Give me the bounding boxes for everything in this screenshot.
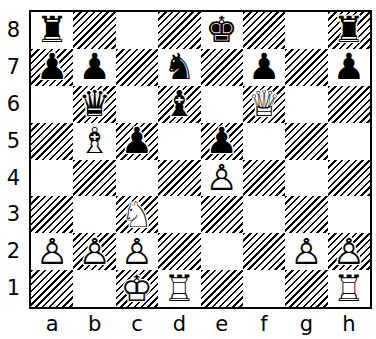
white-piece-outline: ♕: [243, 86, 285, 123]
piece-black-pawn[interactable]: ♟: [116, 123, 158, 160]
square-a8[interactable]: ♜: [31, 12, 73, 49]
piece-white-queen[interactable]: ♛♕: [243, 86, 285, 123]
square-g5[interactable]: [285, 123, 327, 160]
square-f1[interactable]: [243, 270, 285, 307]
black-piece-glyph: ♟: [116, 123, 158, 160]
piece-white-pawn[interactable]: ♟♙: [116, 233, 158, 270]
square-e4[interactable]: ♟♙: [201, 160, 243, 197]
black-piece-glyph: ♟: [31, 49, 73, 86]
black-piece-glyph: ♟: [243, 49, 285, 86]
square-b1[interactable]: [73, 270, 115, 307]
black-piece-glyph: ♟: [73, 49, 115, 86]
rank-label-8: 8: [0, 12, 27, 49]
piece-white-pawn[interactable]: ♟♙: [31, 233, 73, 270]
piece-white-knight[interactable]: ♞♘: [116, 196, 158, 233]
white-piece-outline: ♙: [328, 233, 370, 270]
rank-label-2: 2: [0, 233, 27, 270]
square-b3[interactable]: [73, 196, 115, 233]
square-e1[interactable]: [201, 270, 243, 307]
square-d6[interactable]: ♝: [158, 86, 200, 123]
black-piece-glyph: ♜: [31, 12, 73, 49]
black-piece-glyph: ♟: [201, 123, 243, 160]
square-h8[interactable]: ♜: [328, 12, 370, 49]
square-h2[interactable]: ♟♙: [328, 233, 370, 270]
square-b4[interactable]: [73, 160, 115, 197]
white-piece-outline: ♙: [285, 233, 327, 270]
piece-white-rook[interactable]: ♜♖: [328, 270, 370, 307]
square-a5[interactable]: [31, 123, 73, 160]
square-c1[interactable]: ♚♔: [116, 270, 158, 307]
square-f4[interactable]: [243, 160, 285, 197]
square-h3[interactable]: [328, 196, 370, 233]
square-e6[interactable]: [201, 86, 243, 123]
file-label-e: e: [201, 311, 243, 337]
square-d5[interactable]: [158, 123, 200, 160]
square-b2[interactable]: ♟♙: [73, 233, 115, 270]
square-e2[interactable]: [201, 233, 243, 270]
white-piece-outline: ♙: [201, 160, 243, 197]
black-piece-glyph: ♚: [201, 12, 243, 49]
rank-label-6: 6: [0, 86, 27, 123]
square-f2[interactable]: [243, 233, 285, 270]
file-label-h: h: [328, 311, 370, 337]
file-label-d: d: [158, 311, 200, 337]
piece-white-bishop[interactable]: ♝♗: [73, 123, 115, 160]
black-piece-glyph: ♞: [158, 49, 200, 86]
square-d3[interactable]: [158, 196, 200, 233]
white-piece-outline: ♔: [116, 270, 158, 307]
square-d7[interactable]: ♞: [158, 49, 200, 86]
piece-black-pawn[interactable]: ♟: [31, 49, 73, 86]
square-c3[interactable]: ♞♘: [116, 196, 158, 233]
square-g2[interactable]: ♟♙: [285, 233, 327, 270]
square-g6[interactable]: [285, 86, 327, 123]
white-piece-outline: ♙: [116, 233, 158, 270]
piece-white-king[interactable]: ♚♔: [116, 270, 158, 307]
square-b6[interactable]: ♛: [73, 86, 115, 123]
white-piece-outline: ♖: [158, 270, 200, 307]
square-a4[interactable]: [31, 160, 73, 197]
square-e8[interactable]: ♚: [201, 12, 243, 49]
white-piece-outline: ♙: [31, 233, 73, 270]
piece-black-pawn[interactable]: ♟: [201, 123, 243, 160]
square-h6[interactable]: [328, 86, 370, 123]
square-a2[interactable]: ♟♙: [31, 233, 73, 270]
square-f7[interactable]: ♟: [243, 49, 285, 86]
black-piece-glyph: ♝: [158, 86, 200, 123]
square-c2[interactable]: ♟♙: [116, 233, 158, 270]
white-piece-outline: ♖: [328, 270, 370, 307]
square-h4[interactable]: [328, 160, 370, 197]
square-a3[interactable]: [31, 196, 73, 233]
square-a6[interactable]: [31, 86, 73, 123]
square-d2[interactable]: [158, 233, 200, 270]
square-d1[interactable]: ♜♖: [158, 270, 200, 307]
square-b8[interactable]: [73, 12, 115, 49]
square-f6[interactable]: ♛♕: [243, 86, 285, 123]
square-h7[interactable]: ♟: [328, 49, 370, 86]
piece-black-rook[interactable]: ♜: [31, 12, 73, 49]
black-piece-glyph: ♟: [328, 49, 370, 86]
black-piece-glyph: ♜: [328, 12, 370, 49]
white-piece-outline: ♘: [116, 196, 158, 233]
piece-black-pawn[interactable]: ♟: [73, 49, 115, 86]
square-h1[interactable]: ♜♖: [328, 270, 370, 307]
square-d4[interactable]: [158, 160, 200, 197]
piece-white-pawn[interactable]: ♟♙: [201, 160, 243, 197]
square-d8[interactable]: [158, 12, 200, 49]
piece-black-queen[interactable]: ♛: [73, 86, 115, 123]
piece-white-rook[interactable]: ♜♖: [158, 270, 200, 307]
black-piece-glyph: ♛: [73, 86, 115, 123]
piece-black-knight[interactable]: ♞: [158, 49, 200, 86]
white-piece-outline: ♙: [73, 233, 115, 270]
square-f3[interactable]: [243, 196, 285, 233]
white-piece-outline: ♗: [73, 123, 115, 160]
piece-white-pawn[interactable]: ♟♙: [73, 233, 115, 270]
piece-black-king[interactable]: ♚: [201, 12, 243, 49]
square-b7[interactable]: ♟: [73, 49, 115, 86]
square-c6[interactable]: [116, 86, 158, 123]
square-c5[interactable]: ♟: [116, 123, 158, 160]
file-label-c: c: [116, 311, 158, 337]
piece-black-bishop[interactable]: ♝: [158, 86, 200, 123]
rank-label-7: 7: [0, 49, 27, 86]
rank-label-4: 4: [0, 160, 27, 197]
piece-white-pawn[interactable]: ♟♙: [328, 233, 370, 270]
square-g4[interactable]: [285, 160, 327, 197]
piece-black-rook[interactable]: ♜: [328, 12, 370, 49]
square-e3[interactable]: [201, 196, 243, 233]
square-g1[interactable]: [285, 270, 327, 307]
piece-black-pawn[interactable]: ♟: [328, 49, 370, 86]
square-f5[interactable]: [243, 123, 285, 160]
square-c7[interactable]: [116, 49, 158, 86]
piece-black-pawn[interactable]: ♟: [243, 49, 285, 86]
square-g8[interactable]: [285, 12, 327, 49]
piece-white-pawn[interactable]: ♟♙: [285, 233, 327, 270]
rank-label-1: 1: [0, 270, 27, 307]
square-g7[interactable]: [285, 49, 327, 86]
square-e7[interactable]: [201, 49, 243, 86]
square-e5[interactable]: ♟: [201, 123, 243, 160]
rank-label-5: 5: [0, 123, 27, 160]
file-label-b: b: [73, 311, 115, 337]
square-c4[interactable]: [116, 160, 158, 197]
file-label-a: a: [31, 311, 73, 337]
chess-board: ♜♚♜♟♟♞♟♟♛♝♛♕♝♗♟♟♟♙♞♘♟♙♟♙♟♙♟♙♟♙♚♔♜♖♜♖: [29, 10, 372, 309]
square-a1[interactable]: [31, 270, 73, 307]
rank-label-3: 3: [0, 196, 27, 233]
square-a7[interactable]: ♟: [31, 49, 73, 86]
file-label-f: f: [243, 311, 285, 337]
file-label-g: g: [285, 311, 327, 337]
square-h5[interactable]: [328, 123, 370, 160]
square-b5[interactable]: ♝♗: [73, 123, 115, 160]
square-c8[interactable]: [116, 12, 158, 49]
square-g3[interactable]: [285, 196, 327, 233]
square-f8[interactable]: [243, 12, 285, 49]
